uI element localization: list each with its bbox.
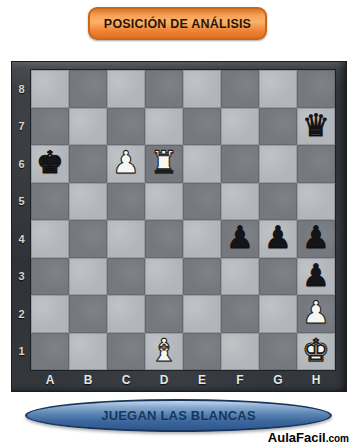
square-e7[interactable] — [183, 108, 221, 146]
square-c6[interactable]: ♟ — [107, 145, 145, 183]
rank-label-6: 6 — [12, 145, 31, 183]
square-b5[interactable] — [69, 183, 107, 221]
square-g5[interactable] — [259, 183, 297, 221]
square-g6[interactable] — [259, 145, 297, 183]
white-rook[interactable]: ♜ — [150, 147, 178, 178]
rank-label-7: 7 — [12, 108, 31, 146]
square-f7[interactable] — [221, 108, 259, 146]
white-pawn[interactable]: ♟ — [302, 297, 330, 328]
square-a7[interactable] — [31, 108, 69, 146]
square-b4[interactable] — [69, 220, 107, 258]
square-f5[interactable] — [221, 183, 259, 221]
square-c3[interactable] — [107, 258, 145, 296]
square-f4[interactable]: ♟ — [221, 220, 259, 258]
square-c1[interactable] — [107, 333, 145, 371]
white-to-move-label: JUEGAN LAS BLANCAS — [101, 408, 256, 423]
square-g7[interactable] — [259, 108, 297, 146]
black-king[interactable]: ♚ — [36, 147, 64, 178]
square-d6[interactable]: ♜ — [145, 145, 183, 183]
square-d5[interactable] — [145, 183, 183, 221]
square-b3[interactable] — [69, 258, 107, 296]
black-pawn[interactable]: ♟ — [302, 260, 330, 291]
square-f6[interactable] — [221, 145, 259, 183]
square-b7[interactable] — [69, 108, 107, 146]
square-d4[interactable] — [145, 220, 183, 258]
square-d1[interactable]: ♝ — [145, 333, 183, 371]
square-h4[interactable]: ♟ — [297, 220, 335, 258]
square-a2[interactable] — [31, 295, 69, 333]
file-label-e: E — [183, 370, 221, 389]
square-b6[interactable] — [69, 145, 107, 183]
square-f8[interactable] — [221, 70, 259, 108]
square-f1[interactable] — [221, 333, 259, 371]
black-pawn[interactable]: ♟ — [264, 222, 292, 253]
square-a6[interactable]: ♚ — [31, 145, 69, 183]
board-frame: 87654321 ♛♚♟♜♟♟♟♟♟♝♚ ABCDEFGH — [12, 62, 346, 391]
site-credit-name: AulaFacil — [268, 430, 326, 445]
square-e5[interactable] — [183, 183, 221, 221]
square-h3[interactable]: ♟ — [297, 258, 335, 296]
black-queen[interactable]: ♛ — [302, 110, 330, 141]
white-bishop[interactable]: ♝ — [150, 335, 178, 366]
square-h1[interactable]: ♚ — [297, 333, 335, 371]
square-c7[interactable] — [107, 108, 145, 146]
square-d7[interactable] — [145, 108, 183, 146]
square-a3[interactable] — [31, 258, 69, 296]
square-b1[interactable] — [69, 333, 107, 371]
square-f2[interactable] — [221, 295, 259, 333]
analysis-title-banner: POSICIÓN DE ANÁLISIS — [88, 7, 267, 40]
square-d2[interactable] — [145, 295, 183, 333]
square-h8[interactable] — [297, 70, 335, 108]
file-labels: ABCDEFGH — [31, 370, 335, 389]
file-label-d: D — [145, 370, 183, 389]
file-label-h: H — [297, 370, 335, 389]
rank-label-1: 1 — [12, 333, 31, 371]
square-a8[interactable] — [31, 70, 69, 108]
file-label-g: G — [259, 370, 297, 389]
square-e8[interactable] — [183, 70, 221, 108]
rank-label-8: 8 — [12, 70, 31, 108]
square-g1[interactable] — [259, 333, 297, 371]
rank-label-4: 4 — [12, 220, 31, 258]
chess-board[interactable]: ♛♚♟♜♟♟♟♟♟♝♚ — [31, 70, 335, 370]
square-g8[interactable] — [259, 70, 297, 108]
black-pawn[interactable]: ♟ — [302, 222, 330, 253]
analysis-title-label: POSICIÓN DE ANÁLISIS — [104, 17, 251, 31]
file-label-c: C — [107, 370, 145, 389]
square-h5[interactable] — [297, 183, 335, 221]
square-g2[interactable] — [259, 295, 297, 333]
square-c5[interactable] — [107, 183, 145, 221]
square-a4[interactable] — [31, 220, 69, 258]
square-e6[interactable] — [183, 145, 221, 183]
square-c4[interactable] — [107, 220, 145, 258]
square-g3[interactable] — [259, 258, 297, 296]
square-b2[interactable] — [69, 295, 107, 333]
square-e3[interactable] — [183, 258, 221, 296]
file-label-a: A — [31, 370, 69, 389]
square-c8[interactable] — [107, 70, 145, 108]
rank-label-5: 5 — [12, 183, 31, 221]
square-e1[interactable] — [183, 333, 221, 371]
file-label-f: F — [221, 370, 259, 389]
white-king[interactable]: ♚ — [302, 335, 330, 366]
square-e4[interactable] — [183, 220, 221, 258]
square-a5[interactable] — [31, 183, 69, 221]
square-h6[interactable] — [297, 145, 335, 183]
white-pawn[interactable]: ♟ — [112, 147, 140, 178]
square-d8[interactable] — [145, 70, 183, 108]
black-pawn[interactable]: ♟ — [226, 222, 254, 253]
rank-label-2: 2 — [12, 295, 31, 333]
site-credit: AulaFacil.com — [268, 428, 349, 446]
square-h7[interactable]: ♛ — [297, 108, 335, 146]
square-h2[interactable]: ♟ — [297, 295, 335, 333]
square-c2[interactable] — [107, 295, 145, 333]
square-d3[interactable] — [145, 258, 183, 296]
square-a1[interactable] — [31, 333, 69, 371]
square-g4[interactable]: ♟ — [259, 220, 297, 258]
site-credit-suffix: .com — [326, 433, 349, 444]
square-f3[interactable] — [221, 258, 259, 296]
file-label-b: B — [69, 370, 107, 389]
rank-label-3: 3 — [12, 258, 31, 296]
square-b8[interactable] — [69, 70, 107, 108]
rank-labels: 87654321 — [12, 70, 31, 370]
square-e2[interactable] — [183, 295, 221, 333]
